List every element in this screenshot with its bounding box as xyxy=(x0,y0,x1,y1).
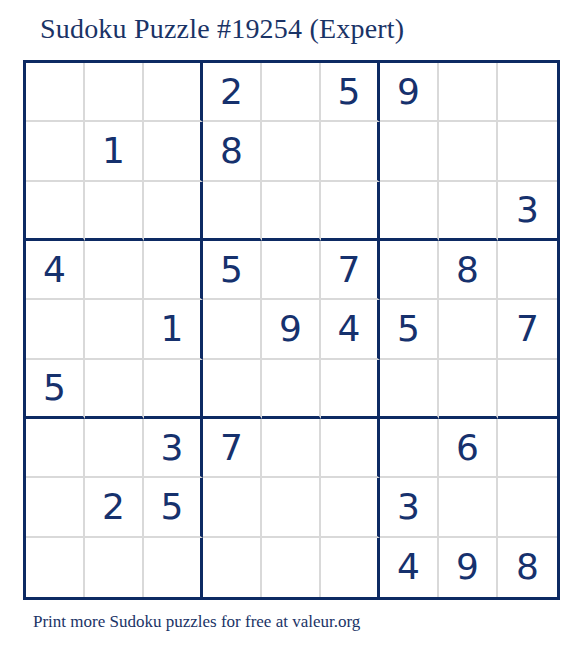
sudoku-cell[interactable] xyxy=(498,360,557,419)
sudoku-cell[interactable] xyxy=(321,478,380,537)
sudoku-cell[interactable] xyxy=(439,182,498,241)
sudoku-cell[interactable]: 5 xyxy=(203,241,262,300)
sudoku-cell[interactable]: 7 xyxy=(321,241,380,300)
sudoku-cell[interactable] xyxy=(498,478,557,537)
sudoku-cell[interactable] xyxy=(203,300,262,359)
sudoku-cell[interactable] xyxy=(498,241,557,300)
sudoku-cell[interactable]: 9 xyxy=(262,300,321,359)
sudoku-cell[interactable]: 7 xyxy=(203,419,262,478)
sudoku-cell[interactable] xyxy=(439,300,498,359)
sudoku-cell[interactable] xyxy=(262,478,321,537)
sudoku-cell[interactable]: 8 xyxy=(439,241,498,300)
sudoku-cell[interactable]: 3 xyxy=(380,478,439,537)
sudoku-cell[interactable] xyxy=(144,63,203,122)
sudoku-cell[interactable]: 3 xyxy=(498,182,557,241)
sudoku-cell[interactable] xyxy=(144,538,203,597)
sudoku-cell[interactable] xyxy=(144,241,203,300)
sudoku-cell[interactable]: 8 xyxy=(203,122,262,181)
sudoku-cell[interactable] xyxy=(321,122,380,181)
sudoku-cell[interactable] xyxy=(26,478,85,537)
sudoku-cell[interactable]: 4 xyxy=(380,538,439,597)
sudoku-cell[interactable]: 8 xyxy=(498,538,557,597)
page-title: Sudoku Puzzle #19254 (Expert) xyxy=(40,13,404,45)
sudoku-cell[interactable]: 1 xyxy=(144,300,203,359)
sudoku-cell[interactable] xyxy=(85,419,144,478)
sudoku-cell[interactable] xyxy=(144,182,203,241)
sudoku-cell[interactable] xyxy=(26,122,85,181)
sudoku-cell[interactable] xyxy=(203,478,262,537)
sudoku-cell[interactable] xyxy=(262,182,321,241)
sudoku-cell[interactable] xyxy=(321,419,380,478)
sudoku-cell[interactable]: 4 xyxy=(26,241,85,300)
sudoku-cell[interactable] xyxy=(262,538,321,597)
sudoku-cell[interactable] xyxy=(26,63,85,122)
sudoku-cell[interactable] xyxy=(203,182,262,241)
sudoku-cell[interactable] xyxy=(498,63,557,122)
sudoku-cell[interactable]: 7 xyxy=(498,300,557,359)
sudoku-cell[interactable] xyxy=(439,63,498,122)
sudoku-cell[interactable] xyxy=(144,122,203,181)
sudoku-cell[interactable] xyxy=(144,360,203,419)
sudoku-grid: 2591834578194575376253498 xyxy=(23,60,560,600)
sudoku-cell[interactable] xyxy=(262,241,321,300)
sudoku-cell[interactable] xyxy=(321,360,380,419)
sudoku-cell[interactable] xyxy=(26,300,85,359)
sudoku-cell[interactable] xyxy=(26,182,85,241)
sudoku-cell[interactable] xyxy=(85,241,144,300)
sudoku-cell[interactable] xyxy=(262,419,321,478)
sudoku-cell[interactable] xyxy=(321,182,380,241)
sudoku-cell[interactable]: 9 xyxy=(439,538,498,597)
sudoku-cell[interactable] xyxy=(439,122,498,181)
sudoku-cell[interactable]: 5 xyxy=(380,300,439,359)
sudoku-cell[interactable] xyxy=(321,538,380,597)
sudoku-cell[interactable]: 6 xyxy=(439,419,498,478)
sudoku-cell[interactable] xyxy=(85,300,144,359)
sudoku-cell[interactable]: 5 xyxy=(144,478,203,537)
sudoku-cell[interactable] xyxy=(203,360,262,419)
sudoku-cell[interactable] xyxy=(498,419,557,478)
sudoku-cell[interactable] xyxy=(262,360,321,419)
sudoku-cell[interactable]: 3 xyxy=(144,419,203,478)
sudoku-cell[interactable] xyxy=(262,122,321,181)
sudoku-cell[interactable]: 5 xyxy=(26,360,85,419)
sudoku-cell[interactable] xyxy=(380,241,439,300)
sudoku-cell[interactable]: 2 xyxy=(85,478,144,537)
sudoku-cell[interactable]: 5 xyxy=(321,63,380,122)
footer-text: Print more Sudoku puzzles for free at va… xyxy=(33,612,360,632)
sudoku-cell[interactable] xyxy=(85,360,144,419)
sudoku-cell[interactable] xyxy=(85,182,144,241)
sudoku-cell[interactable] xyxy=(498,122,557,181)
sudoku-cell[interactable]: 1 xyxy=(85,122,144,181)
sudoku-cell[interactable] xyxy=(26,538,85,597)
sudoku-cell[interactable] xyxy=(380,360,439,419)
sudoku-cell[interactable] xyxy=(439,478,498,537)
sudoku-cell[interactable] xyxy=(203,538,262,597)
sudoku-cell[interactable] xyxy=(85,63,144,122)
sudoku-cell[interactable] xyxy=(380,182,439,241)
sudoku-cell[interactable] xyxy=(380,122,439,181)
sudoku-cell[interactable] xyxy=(26,419,85,478)
sudoku-cell[interactable] xyxy=(85,538,144,597)
sudoku-cell[interactable]: 9 xyxy=(380,63,439,122)
sudoku-cell[interactable]: 2 xyxy=(203,63,262,122)
sudoku-cell[interactable] xyxy=(262,63,321,122)
sudoku-cell[interactable]: 4 xyxy=(321,300,380,359)
sudoku-cell[interactable] xyxy=(439,360,498,419)
sudoku-cell[interactable] xyxy=(380,419,439,478)
